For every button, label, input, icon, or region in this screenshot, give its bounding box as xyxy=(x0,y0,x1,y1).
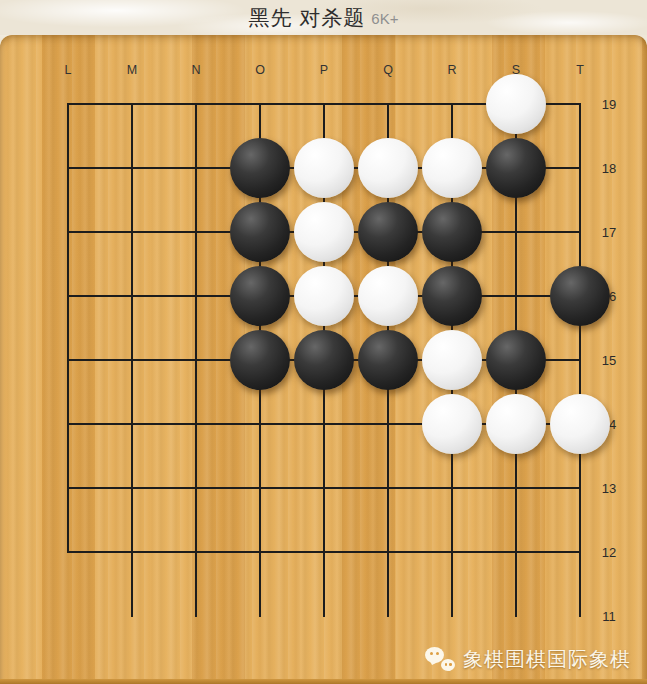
black-stone xyxy=(422,202,482,262)
black-stone xyxy=(230,202,290,262)
wechat-icon xyxy=(425,647,455,672)
bottom-edge xyxy=(0,679,647,684)
grid-line-v xyxy=(67,103,69,553)
board-overlay: LMNOPQRST191817161514131211 xyxy=(0,0,647,684)
footer-brand: 象棋围棋国际象棋 xyxy=(425,646,631,673)
column-label-N: N xyxy=(191,63,200,77)
white-stone xyxy=(358,266,418,326)
white-stone xyxy=(294,266,354,326)
row-label-13: 13 xyxy=(602,481,616,496)
black-stone xyxy=(486,138,546,198)
black-stone xyxy=(230,138,290,198)
black-stone xyxy=(422,266,482,326)
white-stone xyxy=(422,330,482,390)
black-stone xyxy=(358,202,418,262)
white-stone xyxy=(294,202,354,262)
column-label-M: M xyxy=(127,63,137,77)
column-label-O: O xyxy=(255,63,265,77)
row-label-12: 12 xyxy=(602,545,616,560)
black-stone xyxy=(294,330,354,390)
grid-line-v xyxy=(195,103,197,617)
black-stone xyxy=(486,330,546,390)
white-stone xyxy=(358,138,418,198)
white-stone xyxy=(486,74,546,134)
grid-line-v xyxy=(131,103,133,617)
black-stone xyxy=(358,330,418,390)
grid-line-v xyxy=(579,103,581,617)
white-stone xyxy=(550,394,610,454)
black-stone xyxy=(230,330,290,390)
row-label-17: 17 xyxy=(602,225,616,240)
column-label-P: P xyxy=(320,63,328,77)
page: 黑先 对杀题 6K+ LMNOPQRST191817161514131211 象… xyxy=(0,0,647,684)
white-stone xyxy=(422,138,482,198)
brand-text: 象棋围棋国际象棋 xyxy=(463,646,631,673)
black-stone xyxy=(550,266,610,326)
white-stone xyxy=(486,394,546,454)
row-label-19: 19 xyxy=(602,97,616,112)
column-label-L: L xyxy=(65,63,72,77)
row-label-11: 11 xyxy=(602,609,616,624)
column-label-Q: Q xyxy=(383,63,393,77)
row-label-18: 18 xyxy=(602,161,616,176)
white-stone xyxy=(294,138,354,198)
black-stone xyxy=(230,266,290,326)
column-label-R: R xyxy=(447,63,456,77)
row-label-15: 15 xyxy=(602,353,616,368)
white-stone xyxy=(422,394,482,454)
column-label-T: T xyxy=(576,63,584,77)
